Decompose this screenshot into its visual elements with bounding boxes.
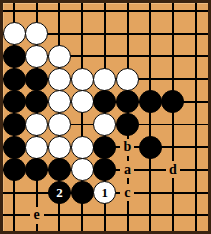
board-point <box>161 204 184 227</box>
board-point <box>25 113 48 136</box>
board-point <box>184 0 207 22</box>
board-point <box>3 22 26 45</box>
board-point <box>93 136 116 159</box>
board-point <box>116 90 139 113</box>
board-point <box>48 0 71 22</box>
board-point <box>3 68 26 91</box>
board-point <box>139 136 162 159</box>
board-point <box>48 90 71 113</box>
black-stone <box>116 113 139 136</box>
board-point <box>25 0 48 22</box>
board-point <box>48 136 71 159</box>
black-stone <box>48 158 71 181</box>
board-point <box>139 181 162 204</box>
board-point <box>25 158 48 181</box>
board-point <box>161 0 184 22</box>
white-stone <box>25 22 48 45</box>
black-stone <box>3 113 26 136</box>
board-point <box>139 113 162 136</box>
board-point <box>184 136 207 159</box>
board-point <box>3 0 26 22</box>
board-point <box>116 68 139 91</box>
board-point <box>25 181 48 204</box>
black-stone <box>139 136 162 159</box>
white-stone <box>25 45 48 68</box>
board-point <box>48 113 71 136</box>
board-point <box>71 68 94 91</box>
board-point: a <box>116 158 139 181</box>
white-stone <box>71 136 94 159</box>
black-stone <box>116 90 139 113</box>
point-label-e: e <box>30 207 44 224</box>
board-point <box>139 22 162 45</box>
board-point <box>71 90 94 113</box>
white-stone <box>48 45 71 68</box>
board-point: b <box>116 136 139 159</box>
stone-number-2: 2 <box>56 186 63 199</box>
board-point <box>25 68 48 91</box>
board-point <box>71 204 94 227</box>
board-point <box>161 90 184 113</box>
board-point <box>161 113 184 136</box>
point-label-b: b <box>120 139 134 156</box>
board-point <box>48 22 71 45</box>
board-point <box>93 68 116 91</box>
black-stone <box>25 90 48 113</box>
board-point <box>184 204 207 227</box>
board-point <box>184 45 207 68</box>
board-point: c <box>116 181 139 204</box>
white-stone <box>93 68 116 91</box>
black-stone <box>3 45 26 68</box>
board-point <box>93 45 116 68</box>
board-point <box>71 0 94 22</box>
board-point <box>71 113 94 136</box>
board-point <box>3 181 26 204</box>
board-point <box>25 90 48 113</box>
board-point <box>116 113 139 136</box>
white-stone <box>48 113 71 136</box>
board-point <box>184 22 207 45</box>
board-point <box>139 45 162 68</box>
black-stone <box>71 181 94 204</box>
board-point <box>3 158 26 181</box>
board-point <box>161 136 184 159</box>
board-point <box>184 68 207 91</box>
black-stone <box>93 136 116 159</box>
board-point <box>25 45 48 68</box>
board-point <box>48 158 71 181</box>
white-stone <box>48 68 71 91</box>
board-point <box>25 136 48 159</box>
point-label-c: c <box>120 184 134 201</box>
board-point <box>71 136 94 159</box>
board-point <box>3 204 26 227</box>
black-stone <box>161 90 184 113</box>
black-stone <box>139 90 162 113</box>
board-point <box>93 22 116 45</box>
board-point <box>93 113 116 136</box>
white-stone <box>71 158 94 181</box>
white-stone <box>25 136 48 159</box>
board-point: 2 <box>48 181 71 204</box>
white-stone <box>93 113 116 136</box>
board-point <box>3 45 26 68</box>
point-label-a: a <box>120 161 134 178</box>
board-point <box>184 158 207 181</box>
board-point <box>161 45 184 68</box>
board-point <box>116 0 139 22</box>
stone-number-1: 1 <box>102 186 109 199</box>
black-stone: 2 <box>48 181 71 204</box>
white-stone <box>116 68 139 91</box>
board-point <box>71 45 94 68</box>
board-point <box>48 45 71 68</box>
white-stone <box>48 136 71 159</box>
point-label-d: d <box>166 161 180 178</box>
black-stone <box>25 68 48 91</box>
board-point <box>93 90 116 113</box>
board-point: d <box>161 158 184 181</box>
board-point <box>116 45 139 68</box>
board-point <box>161 181 184 204</box>
black-stone <box>3 90 26 113</box>
board-point <box>71 22 94 45</box>
board-point <box>184 90 207 113</box>
white-stone <box>3 22 26 45</box>
white-stone <box>25 113 48 136</box>
board-point <box>161 22 184 45</box>
board-point <box>139 204 162 227</box>
board-point <box>3 136 26 159</box>
board-point <box>139 68 162 91</box>
board-point <box>71 158 94 181</box>
board-point <box>161 68 184 91</box>
board-point <box>116 22 139 45</box>
board-point <box>93 158 116 181</box>
white-stone: 1 <box>93 181 116 204</box>
board-grid: bad21ce <box>3 0 207 227</box>
board-point <box>93 204 116 227</box>
board-point <box>48 204 71 227</box>
black-stone <box>93 158 116 181</box>
white-stone <box>48 90 71 113</box>
board-point <box>25 22 48 45</box>
board-point <box>184 181 207 204</box>
board-point <box>139 0 162 22</box>
board-point <box>93 0 116 22</box>
board-point <box>116 204 139 227</box>
white-stone <box>71 90 94 113</box>
board-point: 1 <box>93 181 116 204</box>
black-stone <box>3 158 26 181</box>
board-point <box>139 158 162 181</box>
black-stone <box>3 136 26 159</box>
board-point <box>3 90 26 113</box>
board-point <box>48 68 71 91</box>
black-stone <box>93 90 116 113</box>
board-point <box>3 113 26 136</box>
go-board-diagram: bad21ce <box>0 0 211 234</box>
black-stone <box>3 68 26 91</box>
board-point <box>71 181 94 204</box>
board-point <box>184 113 207 136</box>
black-stone <box>25 158 48 181</box>
board-point: e <box>25 204 48 227</box>
board-point <box>139 90 162 113</box>
white-stone <box>71 68 94 91</box>
